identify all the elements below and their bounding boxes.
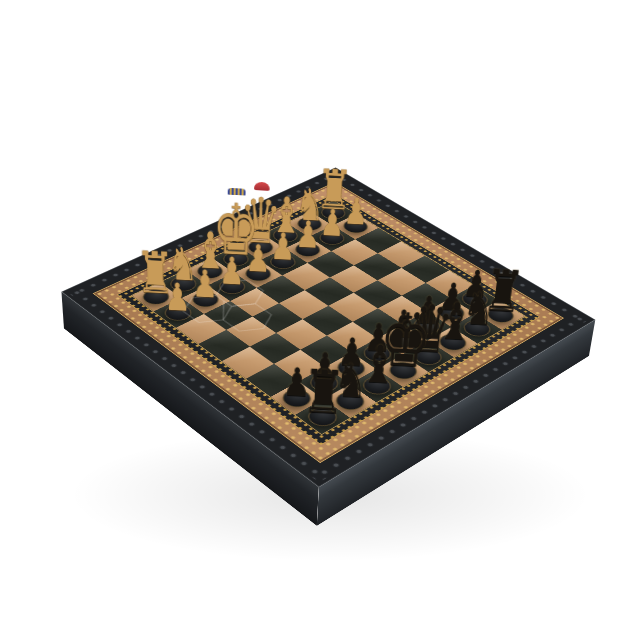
nemes-stripe-accent — [228, 188, 246, 196]
square-f3[interactable] — [230, 288, 279, 317]
camera-tilt: ♜♟♟♜♞♟♟♞♝♟♟♝♛♟♟♛♚♟♟♚♝♟♟♝♞♟♟♞♜♟♟♜ — [0, 0, 625, 625]
piece-black-bishop[interactable]: ♝ — [427, 327, 477, 358]
board-top-face: ♜♟♟♜♞♟♟♞♝♟♟♝♛♟♟♛♚♟♟♚♝♟♟♝♞♟♟♞♜♟♟♜ — [61, 168, 595, 488]
square-c8[interactable]: ♝ — [427, 327, 477, 358]
chess-box-board: ♜♟♟♜♞♟♟♞♝♟♟♝♛♟♟♛♚♟♟♚♝♟♟♝♞♟♟♞♜♟♟♜ — [61, 168, 595, 488]
perspective-scene: ♜♟♟♜♞♟♟♞♝♟♟♝♛♟♟♛♚♟♟♚♝♟♟♝♞♟♟♞♜♟♟♜ — [0, 0, 625, 625]
red-crown-accent — [255, 182, 271, 191]
product-photo: ♜♟♟♜♞♟♟♞♝♟♟♝♛♟♟♛♚♟♟♚♝♟♟♝♞♟♟♞♜♟♟♜ — [0, 0, 625, 625]
piece-base — [218, 249, 253, 269]
